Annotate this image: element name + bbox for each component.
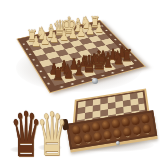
spare-piece-light-queen: ♛ [36, 104, 67, 160]
stored-dark-piece [142, 124, 151, 134]
folded-chessboard [59, 79, 160, 159]
stored-dark-piece [93, 132, 102, 142]
stored-dark-piece [83, 133, 92, 143]
product-photo-chess-set: ♜♞♝♛♚♝♞♜♟♟♟♟♟♟♟♟♟♟♟♟♟♟♟♟♜♞♝♛♚♝♞♜ ♛ ♛ [0, 0, 160, 160]
stored-dark-piece [132, 125, 141, 135]
stored-dark-piece [123, 127, 132, 137]
folded-board-latch-icon [115, 141, 120, 146]
stored-dark-piece [73, 135, 82, 145]
board-latch-icon [92, 78, 98, 84]
stored-dark-piece [113, 128, 122, 138]
stored-dark-piece [103, 130, 112, 140]
